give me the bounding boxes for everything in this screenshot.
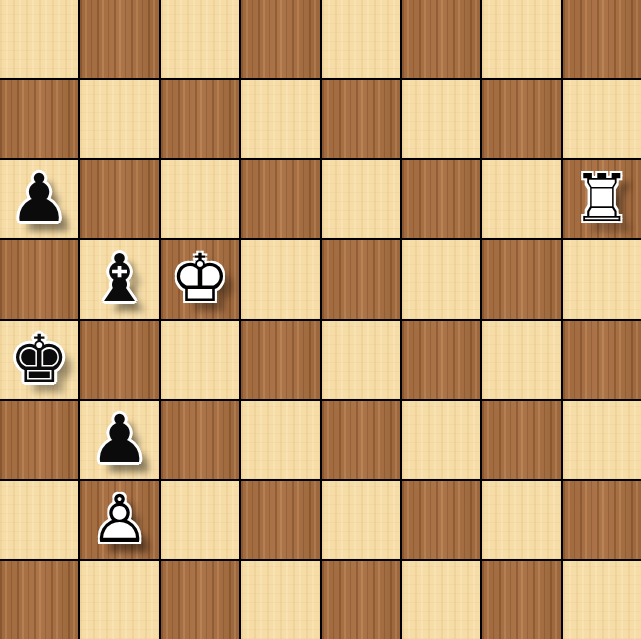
square-f1[interactable]: [402, 561, 480, 639]
black-pawn-b3[interactable]: ♟: [80, 401, 158, 479]
square-h1[interactable]: [563, 561, 641, 639]
square-e8[interactable]: [322, 0, 400, 78]
square-b2[interactable]: ♟♙: [80, 481, 158, 559]
square-d8[interactable]: [241, 0, 319, 78]
square-f4[interactable]: [402, 321, 480, 399]
square-g5[interactable]: [482, 240, 560, 318]
square-a8[interactable]: [0, 0, 78, 78]
square-g3[interactable]: [482, 401, 560, 479]
square-c8[interactable]: [161, 0, 239, 78]
square-d6[interactable]: [241, 160, 319, 238]
square-f2[interactable]: [402, 481, 480, 559]
chess-board-wrapper: ♟♜♖♝♚♔♚♟♟♙: [0, 0, 641, 639]
square-c5[interactable]: ♚♔: [161, 240, 239, 318]
square-e4[interactable]: [322, 321, 400, 399]
square-d5[interactable]: [241, 240, 319, 318]
square-f3[interactable]: [402, 401, 480, 479]
square-d1[interactable]: [241, 561, 319, 639]
square-c1[interactable]: [161, 561, 239, 639]
square-f7[interactable]: [402, 80, 480, 158]
square-h6[interactable]: ♜♖: [563, 160, 641, 238]
chess-board: ♟♜♖♝♚♔♚♟♟♙: [0, 0, 641, 639]
square-e3[interactable]: [322, 401, 400, 479]
square-b8[interactable]: [80, 0, 158, 78]
square-b7[interactable]: [80, 80, 158, 158]
square-c7[interactable]: [161, 80, 239, 158]
square-e6[interactable]: [322, 160, 400, 238]
black-pawn-a6[interactable]: ♟: [0, 160, 78, 238]
square-b1[interactable]: [80, 561, 158, 639]
white-pawn-outline-glyph: ♙: [80, 481, 158, 559]
square-h7[interactable]: [563, 80, 641, 158]
square-h4[interactable]: [563, 321, 641, 399]
square-c3[interactable]: [161, 401, 239, 479]
square-b4[interactable]: [80, 321, 158, 399]
square-h3[interactable]: [563, 401, 641, 479]
square-e1[interactable]: [322, 561, 400, 639]
square-g7[interactable]: [482, 80, 560, 158]
square-g8[interactable]: [482, 0, 560, 78]
white-rook-outline-glyph: ♖: [563, 160, 641, 238]
square-b5[interactable]: ♝: [80, 240, 158, 318]
square-a3[interactable]: [0, 401, 78, 479]
square-e7[interactable]: [322, 80, 400, 158]
square-h5[interactable]: [563, 240, 641, 318]
square-c4[interactable]: [161, 321, 239, 399]
square-a1[interactable]: [0, 561, 78, 639]
square-g1[interactable]: [482, 561, 560, 639]
square-b6[interactable]: [80, 160, 158, 238]
black-pawn-glyph: ♟: [0, 160, 78, 238]
square-e2[interactable]: [322, 481, 400, 559]
square-h8[interactable]: [563, 0, 641, 78]
square-d7[interactable]: [241, 80, 319, 158]
square-c2[interactable]: [161, 481, 239, 559]
square-f6[interactable]: [402, 160, 480, 238]
white-pawn-b2[interactable]: ♟♙: [80, 481, 158, 559]
square-a4[interactable]: ♚: [0, 321, 78, 399]
white-king-outline-glyph: ♔: [161, 240, 239, 318]
square-a2[interactable]: [0, 481, 78, 559]
square-d4[interactable]: [241, 321, 319, 399]
black-king-glyph: ♚: [0, 321, 78, 399]
square-d3[interactable]: [241, 401, 319, 479]
square-a6[interactable]: ♟: [0, 160, 78, 238]
square-f5[interactable]: [402, 240, 480, 318]
white-king-c5[interactable]: ♚♔: [161, 240, 239, 318]
square-h2[interactable]: [563, 481, 641, 559]
square-c6[interactable]: [161, 160, 239, 238]
black-bishop-glyph: ♝: [80, 240, 158, 318]
square-g2[interactable]: [482, 481, 560, 559]
black-bishop-b5[interactable]: ♝: [80, 240, 158, 318]
square-a7[interactable]: [0, 80, 78, 158]
square-d2[interactable]: [241, 481, 319, 559]
white-rook-h6[interactable]: ♜♖: [563, 160, 641, 238]
square-g6[interactable]: [482, 160, 560, 238]
square-a5[interactable]: [0, 240, 78, 318]
square-b3[interactable]: ♟: [80, 401, 158, 479]
square-g4[interactable]: [482, 321, 560, 399]
black-pawn-glyph: ♟: [80, 401, 158, 479]
black-king-a4[interactable]: ♚: [0, 321, 78, 399]
square-f8[interactable]: [402, 0, 480, 78]
square-e5[interactable]: [322, 240, 400, 318]
